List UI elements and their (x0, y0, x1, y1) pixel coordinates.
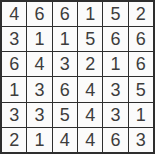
grid-cell-r1c1[interactable]: 4 (2, 2, 26, 26)
grid-cell-r2c2[interactable]: 1 (27, 27, 51, 51)
grid-cell-r6c1[interactable]: 2 (2, 128, 26, 152)
grid-cell-r2c4[interactable]: 5 (78, 27, 102, 51)
grid-cell-r6c2[interactable]: 1 (27, 128, 51, 152)
grid-cell-r4c6[interactable]: 5 (129, 77, 153, 101)
grid-cell-r3c1[interactable]: 6 (2, 52, 26, 76)
grid-cell-r5c5[interactable]: 3 (103, 103, 127, 127)
grid-cell-r1c4[interactable]: 1 (78, 2, 102, 26)
grid-cell-r4c5[interactable]: 3 (103, 77, 127, 101)
grid-cell-r1c3[interactable]: 6 (53, 2, 77, 26)
grid-cell-r2c6[interactable]: 6 (129, 27, 153, 51)
grid-cell-r3c4[interactable]: 2 (78, 52, 102, 76)
grid-cell-r3c5[interactable]: 1 (103, 52, 127, 76)
grid-cell-r5c1[interactable]: 3 (2, 103, 26, 127)
grid-cell-r5c4[interactable]: 4 (78, 103, 102, 127)
grid-cell-r1c5[interactable]: 5 (103, 2, 127, 26)
grid-cell-r4c2[interactable]: 3 (27, 77, 51, 101)
grid-cell-r5c2[interactable]: 3 (27, 103, 51, 127)
grid-cell-r4c1[interactable]: 1 (2, 77, 26, 101)
grid-cell-r4c4[interactable]: 4 (78, 77, 102, 101)
grid-cell-r1c2[interactable]: 6 (27, 2, 51, 26)
grid-cell-r4c3[interactable]: 6 (53, 77, 77, 101)
grid-cell-r2c3[interactable]: 1 (53, 27, 77, 51)
grid-cell-r6c6[interactable]: 3 (129, 128, 153, 152)
grid-cell-r3c6[interactable]: 6 (129, 52, 153, 76)
grid-cell-r6c4[interactable]: 4 (78, 128, 102, 152)
number-grid-board: 466152311566643216136435335431214463 (0, 0, 155, 154)
grid-cell-r2c1[interactable]: 3 (2, 27, 26, 51)
grid-cell-r5c6[interactable]: 1 (129, 103, 153, 127)
grid-cell-r3c2[interactable]: 4 (27, 52, 51, 76)
grid-cell-r6c5[interactable]: 6 (103, 128, 127, 152)
grid-cell-r6c3[interactable]: 4 (53, 128, 77, 152)
grid-cell-r1c6[interactable]: 2 (129, 2, 153, 26)
puzzle-board-wrapper: 466152311566643216136435335431214463 (0, 0, 155, 154)
grid-cell-r2c5[interactable]: 6 (103, 27, 127, 51)
grid-cell-r3c3[interactable]: 3 (53, 52, 77, 76)
grid-cell-r5c3[interactable]: 5 (53, 103, 77, 127)
